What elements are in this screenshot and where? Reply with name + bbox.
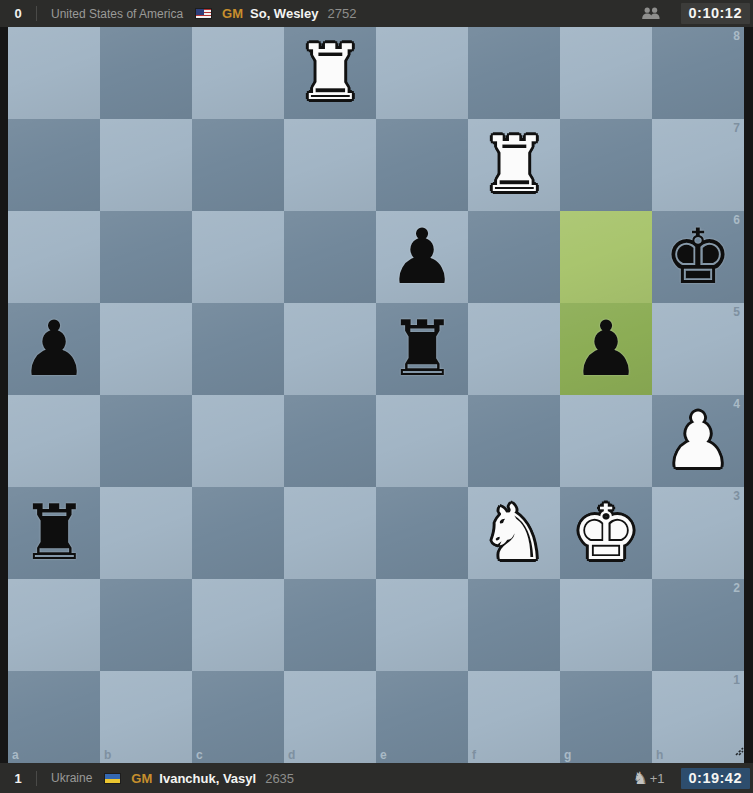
square-d5[interactable] bbox=[284, 303, 376, 395]
top-player-country: United States of America bbox=[51, 7, 183, 21]
chess-board: ♜8♜7♟6♚♟♜♟54♟♜♞♚32abcdefg1h bbox=[8, 27, 744, 763]
square-f4[interactable] bbox=[468, 395, 560, 487]
square-e4[interactable] bbox=[376, 395, 468, 487]
bottom-player-name: Ivanchuk, Vasyl bbox=[159, 771, 256, 786]
piece-black-rook[interactable]: ♜ bbox=[388, 303, 456, 395]
usa-flag-icon bbox=[195, 8, 212, 19]
square-d7[interactable] bbox=[284, 119, 376, 211]
knight-icon: ♞ bbox=[632, 770, 647, 787]
square-h6[interactable]: 6♚ bbox=[652, 211, 744, 303]
piece-black-pawn[interactable]: ♟ bbox=[388, 211, 456, 303]
square-f8[interactable] bbox=[468, 27, 560, 119]
square-a5[interactable]: ♟ bbox=[8, 303, 100, 395]
square-a6[interactable] bbox=[8, 211, 100, 303]
square-g8[interactable] bbox=[560, 27, 652, 119]
square-c7[interactable] bbox=[192, 119, 284, 211]
file-label-f: f bbox=[472, 748, 476, 762]
square-c2[interactable] bbox=[192, 579, 284, 671]
piece-black-pawn[interactable]: ♟ bbox=[20, 303, 88, 395]
bottom-player-title: GM bbox=[131, 771, 152, 786]
square-e1[interactable]: e bbox=[376, 671, 468, 763]
file-label-g: g bbox=[564, 748, 571, 762]
file-label-a: a bbox=[12, 748, 19, 762]
square-f6[interactable] bbox=[468, 211, 560, 303]
piece-black-king[interactable]: ♚ bbox=[664, 211, 732, 303]
square-a3[interactable]: ♜ bbox=[8, 487, 100, 579]
file-label-d: d bbox=[288, 748, 295, 762]
bottom-player-score: 1 bbox=[0, 771, 36, 786]
square-f2[interactable] bbox=[468, 579, 560, 671]
square-a2[interactable] bbox=[8, 579, 100, 671]
square-d2[interactable] bbox=[284, 579, 376, 671]
square-c5[interactable] bbox=[192, 303, 284, 395]
bottom-player-country: Ukraine bbox=[51, 771, 92, 785]
square-a7[interactable] bbox=[8, 119, 100, 211]
square-b5[interactable] bbox=[100, 303, 192, 395]
square-g6[interactable] bbox=[560, 211, 652, 303]
board-frame: ♜8♜7♟6♚♟♜♟54♟♜♞♚32abcdefg1h bbox=[0, 27, 753, 763]
square-b8[interactable] bbox=[100, 27, 192, 119]
square-f1[interactable]: f bbox=[468, 671, 560, 763]
top-player-bar: 0 United States of America GM So, Wesley… bbox=[0, 0, 753, 27]
material-advantage-value: +1 bbox=[650, 771, 665, 786]
spectators-icon bbox=[641, 7, 661, 20]
material-advantage: ♞ +1 bbox=[632, 770, 664, 787]
file-label-b: b bbox=[104, 748, 111, 762]
square-d4[interactable] bbox=[284, 395, 376, 487]
piece-white-pawn[interactable]: ♟ bbox=[664, 395, 732, 487]
top-player-score: 0 bbox=[0, 6, 36, 21]
separator bbox=[36, 6, 37, 21]
rank-label-8: 8 bbox=[733, 29, 740, 43]
top-player-rating: 2752 bbox=[327, 6, 356, 21]
square-g4[interactable] bbox=[560, 395, 652, 487]
square-g5[interactable]: ♟ bbox=[560, 303, 652, 395]
square-h3[interactable]: 3 bbox=[652, 487, 744, 579]
square-e7[interactable] bbox=[376, 119, 468, 211]
rank-label-3: 3 bbox=[733, 489, 740, 503]
square-f3[interactable]: ♞ bbox=[468, 487, 560, 579]
square-e8[interactable] bbox=[376, 27, 468, 119]
square-f7[interactable]: ♜ bbox=[468, 119, 560, 211]
piece-white-king[interactable]: ♚ bbox=[572, 487, 640, 579]
square-h8[interactable]: 8 bbox=[652, 27, 744, 119]
rank-label-7: 7 bbox=[733, 121, 740, 135]
square-b3[interactable] bbox=[100, 487, 192, 579]
file-label-e: e bbox=[380, 748, 387, 762]
square-g2[interactable] bbox=[560, 579, 652, 671]
chess-broadcast-window: 0 United States of America GM So, Wesley… bbox=[0, 0, 753, 793]
file-label-c: c bbox=[196, 748, 203, 762]
square-c6[interactable] bbox=[192, 211, 284, 303]
rank-label-2: 2 bbox=[733, 581, 740, 595]
square-h4[interactable]: 4♟ bbox=[652, 395, 744, 487]
square-b6[interactable] bbox=[100, 211, 192, 303]
square-b2[interactable] bbox=[100, 579, 192, 671]
bottom-player-clock: 0:19:42 bbox=[681, 768, 750, 789]
square-g3[interactable]: ♚ bbox=[560, 487, 652, 579]
square-e6[interactable]: ♟ bbox=[376, 211, 468, 303]
square-d6[interactable] bbox=[284, 211, 376, 303]
square-h2[interactable]: 2 bbox=[652, 579, 744, 671]
separator bbox=[36, 771, 37, 786]
resize-grip-icon[interactable] bbox=[731, 742, 744, 760]
square-b7[interactable] bbox=[100, 119, 192, 211]
top-player-clock: 0:10:12 bbox=[681, 3, 750, 24]
rank-label-5: 5 bbox=[733, 305, 740, 319]
square-b4[interactable] bbox=[100, 395, 192, 487]
square-e5[interactable]: ♜ bbox=[376, 303, 468, 395]
rank-label-6: 6 bbox=[733, 213, 740, 227]
square-a1[interactable]: a bbox=[8, 671, 100, 763]
piece-black-rook[interactable]: ♜ bbox=[20, 487, 88, 579]
square-c8[interactable] bbox=[192, 27, 284, 119]
top-player-title: GM bbox=[222, 6, 243, 21]
square-d8[interactable]: ♜ bbox=[284, 27, 376, 119]
square-e3[interactable] bbox=[376, 487, 468, 579]
file-label-h: h bbox=[656, 748, 663, 762]
square-b1[interactable]: b bbox=[100, 671, 192, 763]
square-e2[interactable] bbox=[376, 579, 468, 671]
square-a8[interactable] bbox=[8, 27, 100, 119]
top-player-name: So, Wesley bbox=[250, 6, 318, 21]
ukraine-flag-icon bbox=[104, 773, 121, 784]
rank-label-1: 1 bbox=[733, 673, 740, 687]
square-c1[interactable]: c bbox=[192, 671, 284, 763]
square-d1[interactable]: d bbox=[284, 671, 376, 763]
bottom-player-rating: 2635 bbox=[265, 771, 294, 786]
square-h5[interactable]: 5 bbox=[652, 303, 744, 395]
square-g7[interactable] bbox=[560, 119, 652, 211]
square-g1[interactable]: g bbox=[560, 671, 652, 763]
rank-label-4: 4 bbox=[733, 397, 740, 411]
square-c4[interactable] bbox=[192, 395, 284, 487]
square-a4[interactable] bbox=[8, 395, 100, 487]
piece-white-knight[interactable]: ♞ bbox=[480, 487, 548, 579]
square-c3[interactable] bbox=[192, 487, 284, 579]
square-d3[interactable] bbox=[284, 487, 376, 579]
square-h7[interactable]: 7 bbox=[652, 119, 744, 211]
piece-black-pawn[interactable]: ♟ bbox=[572, 303, 640, 395]
bottom-player-bar: 1 Ukraine GM Ivanchuk, Vasyl 2635 ♞ +1 0… bbox=[0, 763, 753, 793]
piece-white-rook[interactable]: ♜ bbox=[296, 27, 364, 119]
square-f5[interactable] bbox=[468, 303, 560, 395]
piece-white-rook[interactable]: ♜ bbox=[480, 119, 548, 211]
